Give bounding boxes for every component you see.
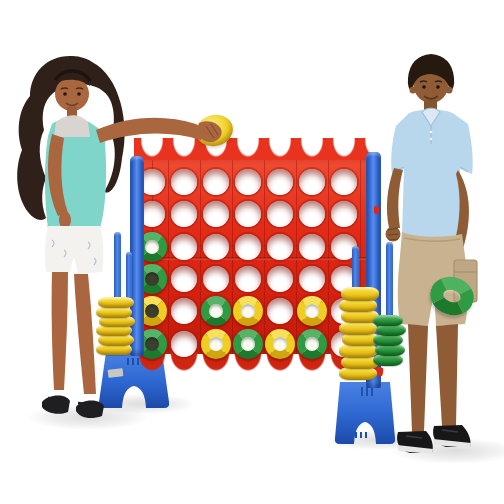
cell-r6c5[interactable] (264, 328, 296, 360)
empty-hole (267, 298, 293, 324)
right-yellow-tray-ring (339, 299, 377, 312)
empty-hole (331, 169, 357, 195)
cell-r1c5[interactable] (264, 166, 296, 198)
boy-head (408, 54, 454, 103)
empty-hole (235, 169, 261, 195)
cell-r2c5[interactable] (264, 198, 296, 230)
girl-sandals (42, 395, 104, 418)
boy-sneakers (397, 425, 471, 454)
empty-hole (299, 234, 325, 260)
right-yellow-tray-ring (339, 344, 377, 357)
right-yellow-tray-ring (339, 367, 377, 380)
girl-shorts (45, 226, 103, 274)
yellow-ring (265, 329, 295, 359)
cell-r4c6[interactable] (296, 263, 328, 295)
cell-r5c6[interactable] (296, 295, 328, 327)
cell-r6c6[interactable] (296, 328, 328, 360)
right-green-tray-ring (373, 334, 403, 346)
scene (0, 0, 504, 504)
empty-hole (267, 266, 293, 292)
boy-legs (408, 324, 458, 432)
cell-r4c5[interactable] (264, 263, 296, 295)
right-yellow-tray-ring (341, 287, 379, 300)
empty-hole (299, 201, 325, 227)
girl-legs (52, 272, 96, 394)
cell-r2c4[interactable] (232, 198, 264, 230)
right-green-tray-ring (376, 324, 406, 336)
yellow-ring (297, 296, 327, 326)
cell-r6c4[interactable] (232, 328, 264, 360)
green-ring (297, 329, 327, 359)
left-yellow-tray-ring (96, 307, 132, 318)
cell-r5c5[interactable] (264, 295, 296, 327)
left-tray-peg-short (126, 252, 132, 300)
cell-r1c4[interactable] (232, 166, 264, 198)
empty-hole (267, 234, 293, 260)
empty-hole (299, 266, 325, 292)
cell-r3c6[interactable] (296, 231, 328, 263)
cell-r2c6[interactable] (296, 198, 328, 230)
cell-r3c5[interactable] (264, 231, 296, 263)
cell-r3c4[interactable] (232, 231, 264, 263)
cell-r1c6[interactable] (296, 166, 328, 198)
empty-hole (235, 234, 261, 260)
empty-hole (235, 201, 261, 227)
empty-hole (299, 169, 325, 195)
left-yellow-tray-ring (98, 297, 134, 308)
girl-top-lace (54, 115, 90, 137)
right-tray-peg-green (386, 242, 393, 320)
cell-r2c7[interactable] (328, 198, 360, 230)
empty-hole (235, 266, 261, 292)
right-green-tray-ring (373, 315, 403, 327)
cell-r5c4[interactable] (232, 295, 264, 327)
empty-hole (267, 201, 293, 227)
right-yellow-tray-ring (339, 322, 377, 335)
boy-right-arm (386, 168, 404, 242)
cell-r4c4[interactable] (232, 263, 264, 295)
left-tray-peg-tall (114, 232, 121, 300)
green-ring (233, 329, 263, 359)
left-yellow-tray-ring (98, 334, 134, 345)
empty-hole (267, 169, 293, 195)
empty-hole (331, 201, 357, 227)
cell-r1c7[interactable] (328, 166, 360, 198)
yellow-ring (233, 296, 263, 326)
